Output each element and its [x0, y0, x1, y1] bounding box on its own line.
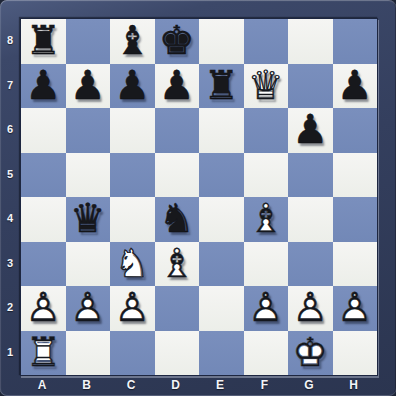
piece-black-pawn[interactable]: ♟: [110, 63, 155, 108]
square-f2[interactable]: ♟♙: [244, 286, 289, 331]
piece-white-king[interactable]: ♚♔: [288, 330, 333, 375]
square-a3[interactable]: [21, 242, 66, 287]
piece-white-rook[interactable]: ♜♖: [21, 330, 66, 375]
square-a4[interactable]: [21, 197, 66, 242]
square-f4[interactable]: ♝♗: [244, 197, 289, 242]
square-g8[interactable]: [288, 19, 333, 64]
piece-white-pawn[interactable]: ♟♙: [288, 285, 333, 330]
square-f3[interactable]: [244, 242, 289, 287]
file-label-e: E: [198, 375, 243, 395]
file-label-a: A: [20, 375, 65, 395]
piece-white-pawn[interactable]: ♟♙: [21, 285, 66, 330]
piece-black-king[interactable]: ♚: [155, 18, 200, 63]
piece-black-queen[interactable]: ♛: [66, 196, 111, 241]
rank-label-4: 4: [0, 196, 20, 241]
square-g1[interactable]: ♚♔: [288, 331, 333, 376]
square-a6[interactable]: [21, 108, 66, 153]
square-a8[interactable]: ♜: [21, 19, 66, 64]
square-d1[interactable]: [155, 331, 200, 376]
piece-white-queen[interactable]: ♛♕: [244, 63, 289, 108]
square-d3[interactable]: ♝♗: [155, 242, 200, 287]
square-b8[interactable]: [66, 19, 111, 64]
piece-white-pawn[interactable]: ♟♙: [244, 285, 289, 330]
square-b4[interactable]: ♛: [66, 197, 111, 242]
square-h5[interactable]: [333, 153, 378, 198]
square-g4[interactable]: [288, 197, 333, 242]
square-f8[interactable]: [244, 19, 289, 64]
square-f6[interactable]: [244, 108, 289, 153]
piece-white-bishop[interactable]: ♝♗: [244, 196, 289, 241]
square-e1[interactable]: [199, 331, 244, 376]
rank-label-1: 1: [0, 330, 20, 375]
square-e2[interactable]: [199, 286, 244, 331]
piece-black-bishop[interactable]: ♝: [110, 18, 155, 63]
square-d7[interactable]: ♟: [155, 64, 200, 109]
board-frame: 87654321 ♜♝♚♟♟♟♟♜♛♕♟♟♛♞♝♗♞♘♝♗♟♙♟♙♟♙♟♙♟♙♟…: [0, 0, 396, 396]
piece-white-knight[interactable]: ♞♘: [110, 241, 155, 286]
square-g3[interactable]: [288, 242, 333, 287]
square-h2[interactable]: ♟♙: [333, 286, 378, 331]
square-c7[interactable]: ♟: [110, 64, 155, 109]
square-b3[interactable]: [66, 242, 111, 287]
square-c6[interactable]: [110, 108, 155, 153]
square-b7[interactable]: ♟: [66, 64, 111, 109]
square-e6[interactable]: [199, 108, 244, 153]
square-f1[interactable]: [244, 331, 289, 376]
square-f5[interactable]: [244, 153, 289, 198]
file-label-f: F: [243, 375, 288, 395]
piece-black-knight[interactable]: ♞: [155, 196, 200, 241]
square-h6[interactable]: [333, 108, 378, 153]
square-b5[interactable]: [66, 153, 111, 198]
piece-white-pawn[interactable]: ♟♙: [110, 285, 155, 330]
file-label-d: D: [154, 375, 199, 395]
piece-white-pawn[interactable]: ♟♙: [333, 285, 378, 330]
piece-black-rook[interactable]: ♜: [199, 63, 244, 108]
rank-labels: 87654321: [0, 18, 20, 374]
piece-black-pawn[interactable]: ♟: [333, 63, 378, 108]
file-label-c: C: [109, 375, 154, 395]
square-b6[interactable]: [66, 108, 111, 153]
square-e8[interactable]: [199, 19, 244, 64]
square-d6[interactable]: [155, 108, 200, 153]
board: ♜♝♚♟♟♟♟♜♛♕♟♟♛♞♝♗♞♘♝♗♟♙♟♙♟♙♟♙♟♙♟♙♜♖♚♔: [20, 18, 378, 376]
square-g7[interactable]: [288, 64, 333, 109]
rank-label-2: 2: [0, 285, 20, 330]
square-e4[interactable]: [199, 197, 244, 242]
piece-black-pawn[interactable]: ♟: [66, 63, 111, 108]
square-h3[interactable]: [333, 242, 378, 287]
square-b2[interactable]: ♟♙: [66, 286, 111, 331]
square-a2[interactable]: ♟♙: [21, 286, 66, 331]
square-h4[interactable]: [333, 197, 378, 242]
square-g2[interactable]: ♟♙: [288, 286, 333, 331]
file-label-g: G: [287, 375, 332, 395]
square-c4[interactable]: [110, 197, 155, 242]
square-b1[interactable]: [66, 331, 111, 376]
rank-label-8: 8: [0, 18, 20, 63]
file-labels: ABCDEFGH: [20, 375, 376, 395]
square-c2[interactable]: ♟♙: [110, 286, 155, 331]
square-a1[interactable]: ♜♖: [21, 331, 66, 376]
square-e5[interactable]: [199, 153, 244, 198]
square-f7[interactable]: ♛♕: [244, 64, 289, 109]
square-a5[interactable]: [21, 153, 66, 198]
square-h7[interactable]: ♟: [333, 64, 378, 109]
piece-black-pawn[interactable]: ♟: [155, 63, 200, 108]
square-d4[interactable]: ♞: [155, 197, 200, 242]
piece-black-pawn[interactable]: ♟: [21, 63, 66, 108]
square-h8[interactable]: [333, 19, 378, 64]
rank-label-6: 6: [0, 107, 20, 152]
square-d8[interactable]: ♚: [155, 19, 200, 64]
square-g5[interactable]: [288, 153, 333, 198]
file-label-h: H: [332, 375, 377, 395]
square-d2[interactable]: [155, 286, 200, 331]
square-d5[interactable]: [155, 153, 200, 198]
square-c5[interactable]: [110, 153, 155, 198]
square-c3[interactable]: ♞♘: [110, 242, 155, 287]
piece-black-rook[interactable]: ♜: [21, 18, 66, 63]
piece-white-pawn[interactable]: ♟♙: [66, 285, 111, 330]
file-label-b: B: [65, 375, 110, 395]
square-e3[interactable]: [199, 242, 244, 287]
square-e7[interactable]: ♜: [199, 64, 244, 109]
rank-label-5: 5: [0, 152, 20, 197]
square-c8[interactable]: ♝: [110, 19, 155, 64]
square-h1[interactable]: [333, 331, 378, 376]
rank-label-7: 7: [0, 63, 20, 108]
piece-black-pawn[interactable]: ♟: [288, 107, 333, 152]
piece-white-bishop[interactable]: ♝♗: [155, 241, 200, 286]
square-c1[interactable]: [110, 331, 155, 376]
square-g6[interactable]: ♟: [288, 108, 333, 153]
rank-label-3: 3: [0, 241, 20, 286]
square-a7[interactable]: ♟: [21, 64, 66, 109]
